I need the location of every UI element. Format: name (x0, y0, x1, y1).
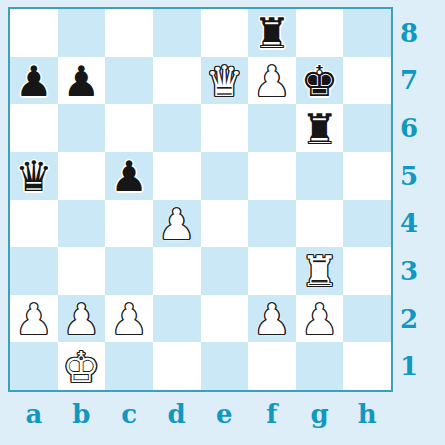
square-c6[interactable] (105, 104, 153, 152)
white-pawn-icon: ♟ (63, 296, 101, 343)
square-g5[interactable] (296, 152, 344, 200)
square-g7[interactable]: ♚ (296, 57, 344, 105)
square-d3[interactable] (153, 247, 201, 295)
square-c2[interactable]: ♟ (105, 295, 153, 343)
square-f5[interactable] (248, 152, 296, 200)
square-c4[interactable] (105, 200, 153, 248)
file-label-f: f (248, 392, 296, 436)
square-b3[interactable] (58, 247, 106, 295)
square-f1[interactable] (248, 342, 296, 390)
square-e3[interactable] (201, 247, 249, 295)
square-a8[interactable] (10, 9, 58, 57)
file-labels: abcdefgh (10, 392, 391, 436)
square-d1[interactable] (153, 342, 201, 390)
square-a7[interactable]: ♟ (10, 57, 58, 105)
rank-label-7: 7 (391, 57, 427, 105)
black-pawn-icon: ♟ (15, 58, 53, 105)
white-pawn-icon: ♟ (158, 201, 196, 248)
white-king-icon: ♚ (63, 344, 101, 391)
square-d8[interactable] (153, 9, 201, 57)
square-e4[interactable] (201, 200, 249, 248)
square-f4[interactable] (248, 200, 296, 248)
chess-board: ♜♟♟♛♟♚♜♛♟♟♜♟♟♟♟♟♚ (8, 7, 393, 392)
square-h3[interactable] (343, 247, 391, 295)
square-a2[interactable]: ♟ (10, 295, 58, 343)
file-label-d: d (153, 392, 201, 436)
square-g3[interactable]: ♜ (296, 247, 344, 295)
square-c7[interactable] (105, 57, 153, 105)
square-h6[interactable] (343, 104, 391, 152)
file-label-a: a (10, 392, 58, 436)
square-h7[interactable] (343, 57, 391, 105)
square-a6[interactable] (10, 104, 58, 152)
square-g2[interactable]: ♟ (296, 295, 344, 343)
rank-labels: 87654321 (391, 9, 427, 390)
square-f3[interactable] (248, 247, 296, 295)
square-a5[interactable]: ♛ (10, 152, 58, 200)
black-rook-icon: ♜ (253, 10, 291, 57)
white-pawn-icon: ♟ (301, 296, 339, 343)
square-d5[interactable] (153, 152, 201, 200)
rank-label-2: 2 (391, 295, 427, 343)
square-e2[interactable] (201, 295, 249, 343)
square-h2[interactable] (343, 295, 391, 343)
white-pawn-icon: ♟ (253, 296, 291, 343)
square-a1[interactable] (10, 342, 58, 390)
chess-puzzle-diagram: ♜♟♟♛♟♚♜♛♟♟♜♟♟♟♟♟♚ abcdefgh 87654321 (0, 0, 445, 445)
rank-label-4: 4 (391, 200, 427, 248)
white-rook-icon: ♜ (301, 248, 339, 295)
square-c8[interactable] (105, 9, 153, 57)
square-g4[interactable] (296, 200, 344, 248)
square-f2[interactable]: ♟ (248, 295, 296, 343)
square-d2[interactable] (153, 295, 201, 343)
square-c1[interactable] (105, 342, 153, 390)
square-h1[interactable] (343, 342, 391, 390)
square-c5[interactable]: ♟ (105, 152, 153, 200)
rank-label-3: 3 (391, 247, 427, 295)
square-d4[interactable]: ♟ (153, 200, 201, 248)
square-c3[interactable] (105, 247, 153, 295)
black-pawn-icon: ♟ (110, 153, 148, 200)
square-b5[interactable] (58, 152, 106, 200)
square-f8[interactable]: ♜ (248, 9, 296, 57)
rank-label-8: 8 (391, 9, 427, 57)
square-d7[interactable] (153, 57, 201, 105)
square-g6[interactable]: ♜ (296, 104, 344, 152)
square-h4[interactable] (343, 200, 391, 248)
square-f6[interactable] (248, 104, 296, 152)
rank-label-1: 1 (391, 342, 427, 390)
square-d6[interactable] (153, 104, 201, 152)
square-g8[interactable] (296, 9, 344, 57)
square-b7[interactable]: ♟ (58, 57, 106, 105)
square-a4[interactable] (10, 200, 58, 248)
black-rook-icon: ♜ (301, 106, 339, 153)
square-e6[interactable] (201, 104, 249, 152)
square-b6[interactable] (58, 104, 106, 152)
square-a3[interactable] (10, 247, 58, 295)
file-label-h: h (343, 392, 391, 436)
square-e7[interactable]: ♛ (201, 57, 249, 105)
square-b1[interactable]: ♚ (58, 342, 106, 390)
rank-label-5: 5 (391, 152, 427, 200)
white-pawn-icon: ♟ (15, 296, 53, 343)
square-e1[interactable] (201, 342, 249, 390)
file-label-e: e (201, 392, 249, 436)
white-queen-icon: ♛ (205, 58, 243, 105)
white-pawn-icon: ♟ (110, 296, 148, 343)
square-b2[interactable]: ♟ (58, 295, 106, 343)
black-pawn-icon: ♟ (63, 58, 101, 105)
square-b4[interactable] (58, 200, 106, 248)
square-h8[interactable] (343, 9, 391, 57)
square-f7[interactable]: ♟ (248, 57, 296, 105)
square-e5[interactable] (201, 152, 249, 200)
file-label-g: g (296, 392, 344, 436)
rank-label-6: 6 (391, 104, 427, 152)
square-b8[interactable] (58, 9, 106, 57)
square-h5[interactable] (343, 152, 391, 200)
black-queen-icon: ♛ (15, 153, 53, 200)
black-king-icon: ♚ (301, 58, 339, 105)
square-e8[interactable] (201, 9, 249, 57)
white-pawn-icon: ♟ (253, 58, 291, 105)
file-label-b: b (58, 392, 106, 436)
square-g1[interactable] (296, 342, 344, 390)
file-label-c: c (105, 392, 153, 436)
